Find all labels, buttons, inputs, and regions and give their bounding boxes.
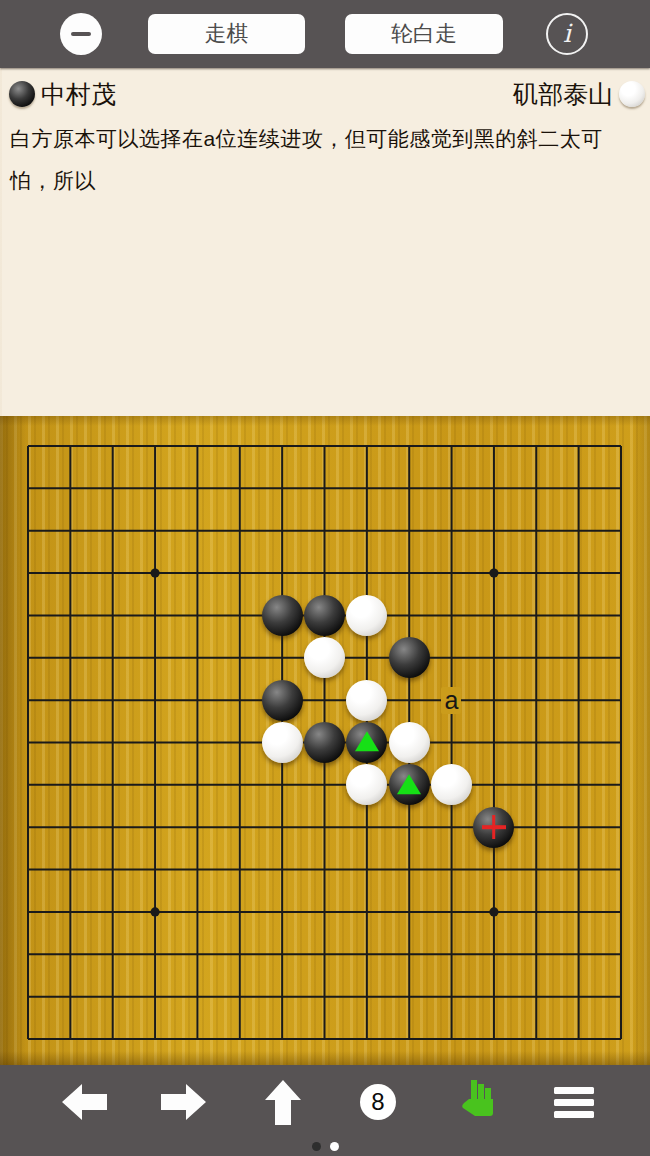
triangle-marker xyxy=(397,774,421,794)
white-stone xyxy=(262,722,303,763)
point-label-a: a xyxy=(441,687,461,714)
back-button[interactable] xyxy=(56,1074,112,1130)
right-arrow-icon xyxy=(161,1083,207,1121)
move-number-button[interactable]: 8 xyxy=(350,1074,406,1130)
white-stone xyxy=(304,637,345,678)
page-dot xyxy=(312,1142,321,1151)
white-stone xyxy=(346,595,387,636)
up-arrow-icon xyxy=(264,1079,302,1125)
minimize-button[interactable] xyxy=(60,13,102,55)
black-stone xyxy=(304,722,345,763)
app-screen: 走棋 轮白走 i 中村茂 矶部泰山 白方原本可以选择在a位连续进攻，但可能感觉到… xyxy=(0,0,650,1156)
black-stone xyxy=(389,637,430,678)
black-player-name: 中村茂 xyxy=(41,78,116,111)
info-button[interactable]: i xyxy=(546,13,588,55)
white-stone xyxy=(346,764,387,805)
black-stone xyxy=(473,807,514,848)
move-mode-button[interactable]: 走棋 xyxy=(148,14,305,54)
commentary-text: 白方原本可以选择在a位连续进攻，但可能感觉到黑的斜二太可怕，所以 xyxy=(10,118,642,202)
white-player-name: 矶部泰山 xyxy=(513,78,613,111)
players-row: 中村茂 矶部泰山 xyxy=(0,76,650,112)
forward-button[interactable] xyxy=(156,1074,212,1130)
move-number-badge: 8 xyxy=(360,1084,396,1120)
page-dots xyxy=(0,1142,650,1151)
white-stone xyxy=(389,722,430,763)
left-arrow-icon xyxy=(61,1083,107,1121)
black-stone-icon xyxy=(9,81,35,107)
last-move-cross-marker xyxy=(473,807,514,848)
hand-icon xyxy=(458,1079,498,1125)
top-bar: 走棋 轮白走 i xyxy=(0,0,650,68)
board-grid: a xyxy=(7,425,642,1060)
minus-icon xyxy=(71,32,91,35)
black-stone xyxy=(262,595,303,636)
bottom-toolbar: 8 xyxy=(0,1065,650,1156)
go-board[interactable]: a xyxy=(0,416,650,1065)
white-stone xyxy=(346,680,387,721)
white-stone-icon xyxy=(619,81,645,107)
white-stone xyxy=(431,764,472,805)
black-stone xyxy=(304,595,345,636)
triangle-marker xyxy=(355,732,379,752)
menu-button[interactable] xyxy=(546,1074,602,1130)
page-dot xyxy=(330,1142,339,1151)
turn-indicator-button[interactable]: 轮白走 xyxy=(345,14,503,54)
hand-tool-button[interactable] xyxy=(450,1074,506,1130)
info-section: 中村茂 矶部泰山 白方原本可以选择在a位连续进攻，但可能感觉到黑的斜二太可怕，所… xyxy=(0,68,650,416)
black-stone xyxy=(389,764,430,805)
black-stone xyxy=(262,680,303,721)
hamburger-icon xyxy=(554,1087,594,1118)
black-stone xyxy=(346,722,387,763)
up-button[interactable] xyxy=(255,1074,311,1130)
